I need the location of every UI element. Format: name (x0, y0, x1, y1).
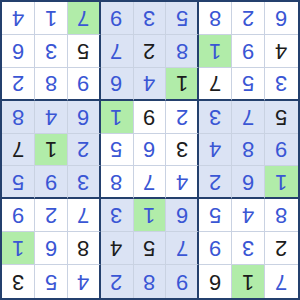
cell-digit: 3 (12, 271, 24, 293)
cell-digit: 7 (12, 138, 24, 160)
cell-r9c1[interactable]: 3 (2, 265, 35, 298)
cell-digit: 6 (242, 171, 254, 193)
sudoku-board: 4179358266357281942896417538461923757125… (0, 0, 300, 300)
cell-digit: 9 (77, 72, 89, 94)
cell-r3c5[interactable]: 4 (134, 68, 167, 101)
cell-r7c4[interactable]: 3 (101, 199, 134, 232)
cell-r3c6[interactable]: 1 (166, 68, 199, 101)
cell-r3c7[interactable]: 7 (199, 68, 232, 101)
cell-digit: 2 (143, 40, 155, 62)
cell-r8c1[interactable]: 1 (2, 232, 35, 265)
cell-r4c9[interactable]: 5 (265, 101, 298, 134)
cell-r6c6[interactable]: 4 (166, 166, 199, 199)
cell-digit: 4 (110, 237, 122, 259)
cell-r2c2[interactable]: 3 (35, 35, 68, 68)
cell-r1c9[interactable]: 6 (265, 2, 298, 35)
cell-digit: 9 (110, 7, 122, 29)
cell-digit: 5 (242, 72, 254, 94)
cell-r9c5[interactable]: 8 (134, 265, 167, 298)
cell-r6c3[interactable]: 3 (68, 166, 101, 199)
cell-digit: 7 (209, 72, 221, 94)
cell-digit: 7 (242, 106, 254, 128)
cell-digit: 2 (275, 237, 287, 259)
cell-r4c4[interactable]: 1 (101, 101, 134, 134)
cell-r3c2[interactable]: 8 (35, 68, 68, 101)
cell-r5c4[interactable]: 5 (101, 134, 134, 167)
cell-digit: 5 (77, 40, 89, 62)
cell-r9c4[interactable]: 2 (101, 265, 134, 298)
cell-digit: 9 (209, 237, 221, 259)
cell-digit: 4 (209, 138, 221, 160)
cell-digit: 9 (45, 171, 57, 193)
cell-r4c1[interactable]: 8 (2, 101, 35, 134)
cell-digit: 5 (176, 7, 188, 29)
cell-digit: 7 (110, 40, 122, 62)
cell-digit: 6 (12, 40, 24, 62)
cell-r1c6[interactable]: 5 (166, 2, 199, 35)
cell-digit: 6 (77, 106, 89, 128)
cell-digit: 2 (110, 271, 122, 293)
cell-digit: 8 (110, 171, 122, 193)
cell-digit: 2 (77, 138, 89, 160)
cell-r2c8[interactable]: 9 (232, 35, 265, 68)
cell-r7c7[interactable]: 5 (199, 199, 232, 232)
cell-digit: 8 (275, 204, 287, 226)
cell-digit: 5 (110, 138, 122, 160)
cell-r1c5[interactable]: 3 (134, 2, 167, 35)
cell-digit: 3 (77, 171, 89, 193)
cell-digit: 3 (45, 40, 57, 62)
cell-r5c2[interactable]: 1 (35, 134, 68, 167)
cell-r7c9[interactable]: 8 (265, 199, 298, 232)
cell-digit: 8 (143, 271, 155, 293)
cell-digit: 8 (209, 7, 221, 29)
cell-r1c3[interactable]: 7 (68, 2, 101, 35)
cell-r4c3[interactable]: 6 (68, 101, 101, 134)
cell-digit: 6 (176, 204, 188, 226)
cell-digit: 1 (275, 171, 287, 193)
cell-digit: 2 (12, 72, 24, 94)
cell-r3c8[interactable]: 5 (232, 68, 265, 101)
cell-digit: 9 (12, 204, 24, 226)
cell-r8c4[interactable]: 4 (101, 232, 134, 265)
cell-digit: 9 (275, 138, 287, 160)
cell-r5c8[interactable]: 8 (232, 134, 265, 167)
cell-r7c8[interactable]: 4 (232, 199, 265, 232)
cell-digit: 3 (143, 7, 155, 29)
cell-r9c2[interactable]: 5 (35, 265, 68, 298)
cell-digit: 3 (176, 138, 188, 160)
cell-r7c6[interactable]: 6 (166, 199, 199, 232)
cell-digit: 6 (209, 271, 221, 293)
cell-r9c3[interactable]: 4 (68, 265, 101, 298)
cell-r7c2[interactable]: 2 (35, 199, 68, 232)
cell-digit: 3 (242, 237, 254, 259)
cell-r2c4[interactable]: 7 (101, 35, 134, 68)
cell-digit: 4 (12, 7, 24, 29)
cell-digit: 3 (275, 72, 287, 94)
cell-r2c3[interactable]: 5 (68, 35, 101, 68)
cell-digit: 1 (209, 40, 221, 62)
cell-digit: 1 (45, 138, 57, 160)
cell-r5c6[interactable]: 3 (166, 134, 199, 167)
cell-r3c9[interactable]: 3 (265, 68, 298, 101)
cell-r4c7[interactable]: 3 (199, 101, 232, 134)
cell-digit: 1 (110, 106, 122, 128)
cell-r3c4[interactable]: 6 (101, 68, 134, 101)
cell-r6c5[interactable]: 7 (134, 166, 167, 199)
cell-r5c1[interactable]: 7 (2, 134, 35, 167)
cell-r2c7[interactable]: 1 (199, 35, 232, 68)
cell-r2c1[interactable]: 6 (2, 35, 35, 68)
cell-digit: 4 (242, 204, 254, 226)
cell-r2c5[interactable]: 2 (134, 35, 167, 68)
cell-digit: 2 (45, 204, 57, 226)
cell-digit: 8 (12, 106, 24, 128)
cell-r4c6[interactable]: 2 (166, 101, 199, 134)
cell-digit: 7 (176, 237, 188, 259)
cell-r9c6[interactable]: 9 (166, 265, 199, 298)
cell-digit: 7 (77, 204, 89, 226)
cell-r6c8[interactable]: 6 (232, 166, 265, 199)
cell-digit: 4 (176, 171, 188, 193)
cell-r5c3[interactable]: 2 (68, 134, 101, 167)
cell-digit: 3 (110, 204, 122, 226)
cell-digit: 2 (176, 106, 188, 128)
cell-digit: 4 (143, 72, 155, 94)
cell-digit: 5 (143, 237, 155, 259)
cell-digit: 6 (143, 138, 155, 160)
cell-r1c2[interactable]: 1 (35, 2, 68, 35)
cell-digit: 9 (242, 40, 254, 62)
cell-digit: 5 (12, 171, 24, 193)
cell-digit: 1 (143, 204, 155, 226)
cell-r6c4[interactable]: 8 (101, 166, 134, 199)
cell-r5c5[interactable]: 6 (134, 134, 167, 167)
cell-r9c9[interactable]: 7 (265, 265, 298, 298)
cell-digit: 4 (45, 106, 57, 128)
cell-r6c9[interactable]: 1 (265, 166, 298, 199)
cell-digit: 4 (77, 271, 89, 293)
cell-r9c8[interactable]: 1 (232, 265, 265, 298)
cell-r8c8[interactable]: 3 (232, 232, 265, 265)
cell-r1c4[interactable]: 9 (101, 2, 134, 35)
cell-r8c3[interactable]: 8 (68, 232, 101, 265)
cell-r3c1[interactable]: 2 (2, 68, 35, 101)
cell-r1c8[interactable]: 2 (232, 2, 265, 35)
cell-r8c2[interactable]: 6 (35, 232, 68, 265)
cell-digit: 4 (275, 40, 287, 62)
cell-digit: 1 (45, 7, 57, 29)
cell-r8c9[interactable]: 2 (265, 232, 298, 265)
cell-digit: 9 (143, 106, 155, 128)
cell-digit: 7 (275, 271, 287, 293)
cell-r7c5[interactable]: 1 (134, 199, 167, 232)
cell-digit: 5 (275, 106, 287, 128)
cell-digit: 8 (176, 40, 188, 62)
cell-r4c5[interactable]: 9 (134, 101, 167, 134)
cell-r2c6[interactable]: 8 (166, 35, 199, 68)
cell-digit: 8 (45, 72, 57, 94)
cell-digit: 8 (242, 138, 254, 160)
cell-r5c7[interactable]: 4 (199, 134, 232, 167)
cell-digit: 8 (77, 237, 89, 259)
cell-r8c6[interactable]: 7 (166, 232, 199, 265)
cell-digit: 6 (275, 7, 287, 29)
cell-digit: 1 (242, 271, 254, 293)
cell-digit: 1 (176, 72, 188, 94)
cell-r2c9[interactable]: 4 (265, 35, 298, 68)
cell-digit: 6 (45, 237, 57, 259)
cell-r6c7[interactable]: 2 (199, 166, 232, 199)
cell-r5c9[interactable]: 9 (265, 134, 298, 167)
cell-r4c8[interactable]: 7 (232, 101, 265, 134)
cell-r6c2[interactable]: 9 (35, 166, 68, 199)
cell-r6c1[interactable]: 5 (2, 166, 35, 199)
cell-digit: 2 (242, 7, 254, 29)
cell-r7c3[interactable]: 7 (68, 199, 101, 232)
cell-digit: 3 (209, 106, 221, 128)
cell-r8c7[interactable]: 9 (199, 232, 232, 265)
cell-digit: 9 (176, 271, 188, 293)
cell-r9c7[interactable]: 6 (199, 265, 232, 298)
cell-r1c7[interactable]: 8 (199, 2, 232, 35)
cell-r3c3[interactable]: 9 (68, 68, 101, 101)
cell-digit: 2 (209, 171, 221, 193)
cell-r4c2[interactable]: 4 (35, 101, 68, 134)
cell-digit: 7 (143, 171, 155, 193)
cell-digit: 6 (110, 72, 122, 94)
cell-r8c5[interactable]: 5 (134, 232, 167, 265)
cell-r1c1[interactable]: 4 (2, 2, 35, 35)
cell-digit: 1 (12, 237, 24, 259)
cell-digit: 7 (77, 7, 89, 29)
cell-r7c1[interactable]: 9 (2, 199, 35, 232)
cell-digit: 5 (209, 204, 221, 226)
cell-digit: 5 (45, 271, 57, 293)
